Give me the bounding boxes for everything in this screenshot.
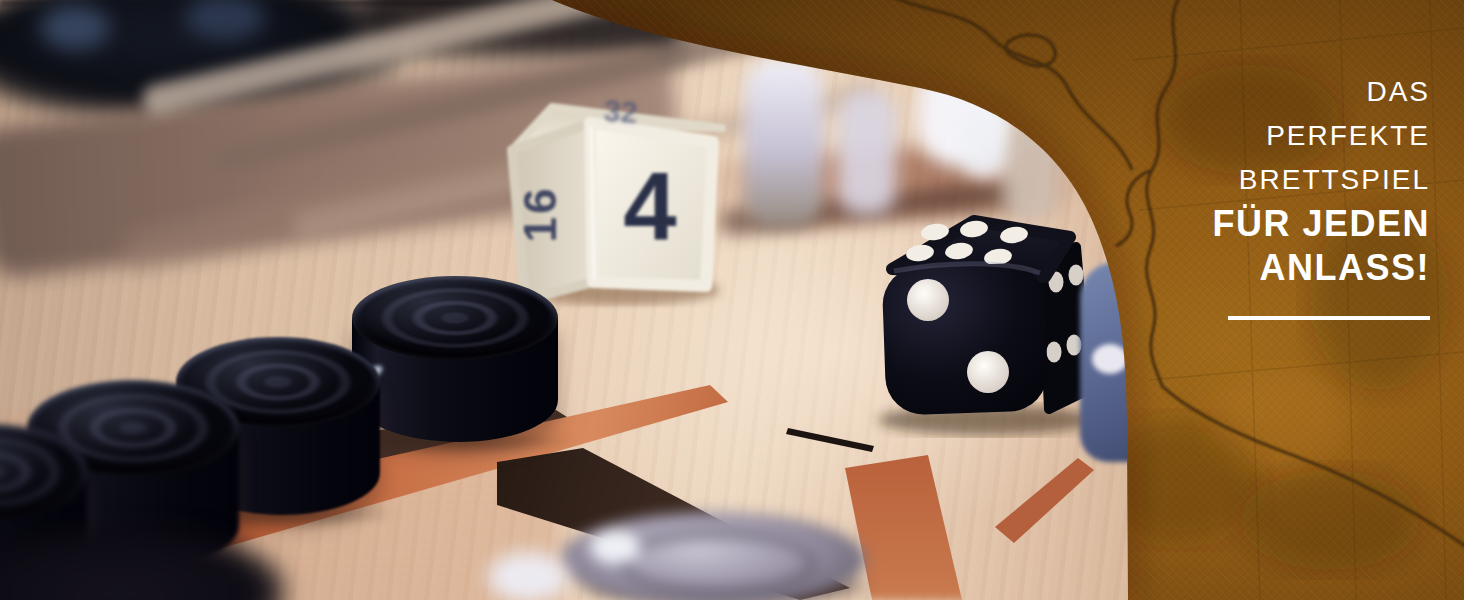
headline: DAS PERFEKTE BRETTSPIEL FÜR JEDEN ANLASS… <box>1212 70 1430 320</box>
map-splotch-light <box>1210 370 1350 470</box>
headline-line-2: PERFEKTE <box>1212 114 1430 158</box>
map-splotch <box>1240 470 1420 570</box>
banner: 32 16 4 <box>0 0 1464 600</box>
headline-line-3: BRETTSPIEL <box>1212 158 1430 202</box>
headline-line-4: FÜR JEDEN <box>1212 202 1430 246</box>
headline-underline <box>1228 316 1430 320</box>
headline-line-1: DAS <box>1212 70 1430 114</box>
headline-line-5: ANLASS! <box>1212 246 1430 290</box>
